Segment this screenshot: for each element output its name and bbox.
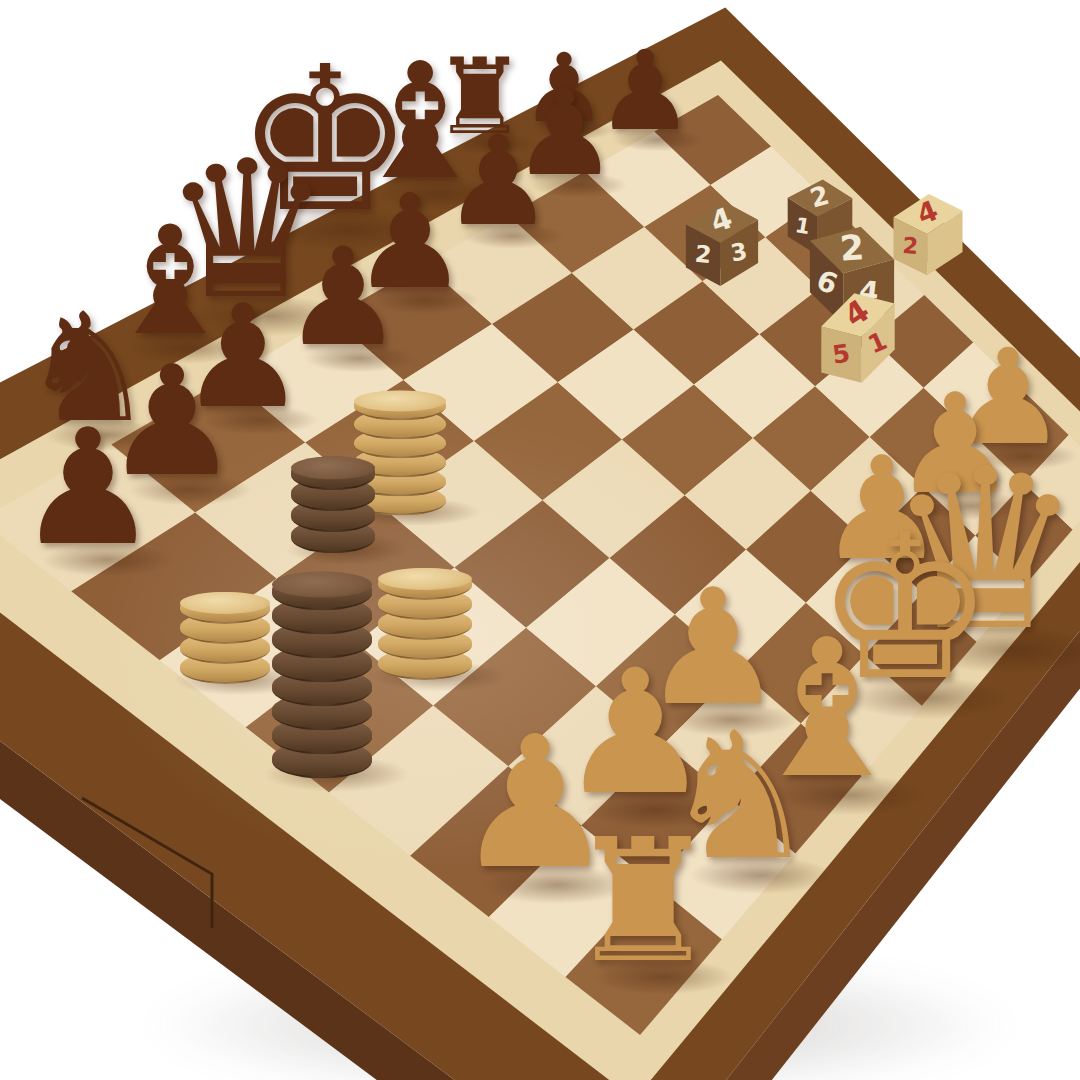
- die-4-left-digit: 2: [902, 232, 919, 259]
- die-1-left-digit: 2: [694, 240, 713, 270]
- chess-set-photo: 4232126442451 ♞♝♛♚♝♜♟♟♟♟♟♟♟♟♟♜♞♝♚♛♟♟♟♟♟♟: [0, 0, 1080, 1080]
- checker-stack-top-face: [378, 568, 472, 590]
- checker-stack-c4-dark[interactable]: [272, 571, 372, 778]
- checker-stack-top-face: [180, 592, 270, 614]
- checker-stack-a5-light[interactable]: [180, 592, 270, 684]
- piece-light-rook-a1[interactable]: ♜: [567, 816, 719, 986]
- checker-stack-top-face: [354, 391, 446, 412]
- checker-stack-d4-light[interactable]: [378, 568, 472, 680]
- die-3-top-digit: 2: [838, 227, 865, 269]
- checker-stack-top-face: [291, 456, 375, 479]
- piece-dark-pawn-a7[interactable]: ♟: [16, 408, 159, 568]
- checker-stack-d6-dark[interactable]: [291, 456, 375, 553]
